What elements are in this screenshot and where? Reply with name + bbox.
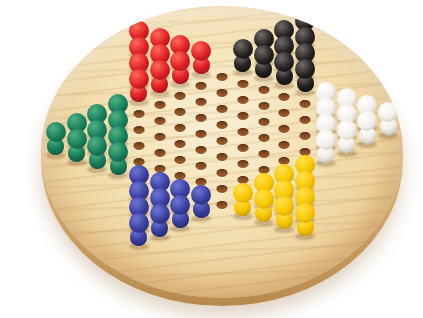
board-hole[interactable] <box>300 132 311 140</box>
peg-black[interactable] <box>273 52 295 86</box>
peg-green[interactable] <box>86 136 108 170</box>
peg-head <box>295 203 315 223</box>
board-hole[interactable] <box>300 116 311 124</box>
board-hole[interactable] <box>133 126 144 134</box>
peg-green[interactable] <box>66 129 88 163</box>
peg-head <box>378 102 398 122</box>
peg-red[interactable] <box>149 60 171 94</box>
chinese-checkers-product-photo <box>0 0 423 318</box>
peg-head <box>337 120 357 140</box>
board-hole[interactable] <box>258 150 269 158</box>
peg-head <box>170 195 190 215</box>
peg-head <box>129 69 149 89</box>
board-hole[interactable] <box>237 144 248 152</box>
board-hole[interactable] <box>279 125 290 133</box>
peg-red[interactable] <box>169 51 191 85</box>
board-hole[interactable] <box>217 185 228 193</box>
peg-head <box>191 41 211 61</box>
board-hole[interactable] <box>217 121 228 129</box>
peg-yellow[interactable] <box>273 196 295 230</box>
peg-head <box>274 196 294 216</box>
peg-head <box>254 45 274 65</box>
board-hole[interactable] <box>175 108 186 116</box>
board-hole[interactable] <box>175 156 186 164</box>
board-hole[interactable] <box>154 133 165 141</box>
peg-black[interactable] <box>294 59 316 93</box>
board-hole[interactable] <box>196 162 207 170</box>
board-hole[interactable] <box>196 146 207 154</box>
board-hole[interactable] <box>217 201 228 209</box>
board-hole[interactable] <box>258 134 269 142</box>
board-hole[interactable] <box>279 109 290 117</box>
board-hole[interactable] <box>217 169 228 177</box>
peg-head <box>233 39 253 59</box>
board-hole[interactable] <box>175 140 186 148</box>
chinese-checkers-board <box>41 6 403 298</box>
board-hole[interactable] <box>217 73 228 81</box>
board-hole[interactable] <box>217 153 228 161</box>
board-hole[interactable] <box>300 100 311 108</box>
board-hole[interactable] <box>154 149 165 157</box>
board-hole[interactable] <box>237 128 248 136</box>
board-hole[interactable] <box>133 142 144 150</box>
peg-blue[interactable] <box>149 204 171 238</box>
peg-yellow[interactable] <box>232 183 254 217</box>
board-hole[interactable] <box>196 82 207 90</box>
board-hole[interactable] <box>258 102 269 110</box>
board-hole[interactable] <box>196 114 207 122</box>
board-hole[interactable] <box>237 96 248 104</box>
board-hole[interactable] <box>279 141 290 149</box>
board-hole[interactable] <box>154 101 165 109</box>
board-hole[interactable] <box>196 98 207 106</box>
peg-red[interactable] <box>128 69 150 103</box>
board-hole[interactable] <box>217 105 228 113</box>
peg-head <box>170 51 190 71</box>
board-hole[interactable] <box>258 118 269 126</box>
peg-head <box>274 52 294 72</box>
board-hole[interactable] <box>217 137 228 145</box>
peg-white[interactable] <box>315 130 337 164</box>
peg-head <box>67 129 87 149</box>
peg-head <box>191 185 211 205</box>
peg-head <box>254 189 274 209</box>
peg-blue[interactable] <box>169 195 191 229</box>
board-hole[interactable] <box>175 124 186 132</box>
peg-red[interactable] <box>190 41 212 75</box>
peg-head <box>129 213 149 233</box>
board-hole[interactable] <box>237 80 248 88</box>
board-hole[interactable] <box>258 86 269 94</box>
peg-head <box>150 60 170 80</box>
board-hole[interactable] <box>279 93 290 101</box>
peg-head <box>108 142 128 162</box>
peg-head <box>357 111 377 131</box>
peg-head <box>233 183 253 203</box>
peg-white[interactable] <box>336 120 358 154</box>
peg-green[interactable] <box>45 122 67 156</box>
peg-head <box>46 122 66 142</box>
peg-head <box>295 59 315 79</box>
peg-black[interactable] <box>253 45 275 79</box>
board-hole[interactable] <box>175 92 186 100</box>
peg-head <box>316 130 336 150</box>
peg-blue[interactable] <box>190 185 212 219</box>
peg-white[interactable] <box>377 102 399 136</box>
peg-yellow[interactable] <box>294 203 316 237</box>
peg-green[interactable] <box>107 142 129 176</box>
board-hole[interactable] <box>237 160 248 168</box>
board-hole[interactable] <box>217 89 228 97</box>
peg-white[interactable] <box>356 111 378 145</box>
peg-head <box>87 136 107 156</box>
board-hole[interactable] <box>133 110 144 118</box>
peg-head <box>150 204 170 224</box>
board-hole[interactable] <box>196 130 207 138</box>
peg-black[interactable] <box>232 39 254 73</box>
board-hole[interactable] <box>237 112 248 120</box>
peg-yellow[interactable] <box>253 189 275 223</box>
peg-blue[interactable] <box>128 213 150 247</box>
board-hole[interactable] <box>154 117 165 125</box>
